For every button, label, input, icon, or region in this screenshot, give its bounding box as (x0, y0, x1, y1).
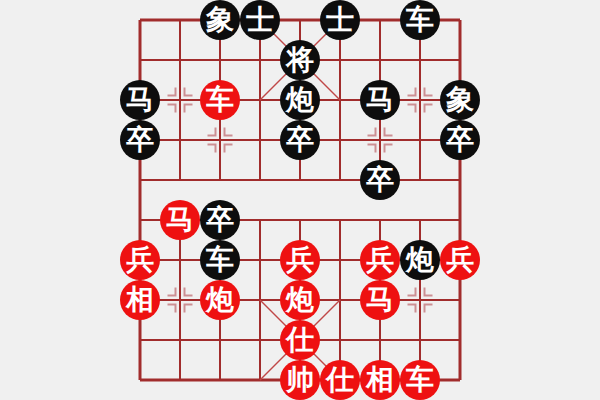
piece-black-elephant[interactable]: 象 (440, 80, 480, 120)
piece-black-soldier[interactable]: 卒 (440, 120, 480, 160)
xiangqi-app-canvas: 象士士车将马车炮马象卒卒卒卒马卒兵车兵兵炮兵相炮炮马仕帅仕相车 (0, 0, 600, 400)
piece-black-soldier[interactable]: 卒 (120, 120, 160, 160)
pieces-layer: 象士士车将马车炮马象卒卒卒卒马卒兵车兵兵炮兵相炮炮马仕帅仕相车 (120, 0, 480, 400)
piece-red-chariot[interactable]: 车 (200, 80, 240, 120)
piece-black-chariot[interactable]: 车 (200, 240, 240, 280)
piece-red-advisor[interactable]: 仕 (320, 360, 360, 400)
piece-black-horse[interactable]: 马 (360, 80, 400, 120)
piece-red-horse[interactable]: 马 (160, 200, 200, 240)
piece-black-soldier[interactable]: 卒 (360, 160, 400, 200)
piece-black-advisor[interactable]: 士 (320, 0, 360, 40)
piece-black-cannon[interactable]: 炮 (400, 240, 440, 280)
piece-black-elephant[interactable]: 象 (200, 0, 240, 40)
piece-red-cannon[interactable]: 炮 (200, 280, 240, 320)
piece-red-soldier[interactable]: 兵 (360, 240, 400, 280)
piece-red-chariot[interactable]: 车 (400, 360, 440, 400)
piece-red-soldier[interactable]: 兵 (120, 240, 160, 280)
piece-black-soldier[interactable]: 卒 (280, 120, 320, 160)
piece-black-advisor[interactable]: 士 (240, 0, 280, 40)
piece-black-soldier[interactable]: 卒 (200, 200, 240, 240)
piece-red-elephant[interactable]: 相 (120, 280, 160, 320)
xiangqi-board: 象士士车将马车炮马象卒卒卒卒马卒兵车兵兵炮兵相炮炮马仕帅仕相车 (120, 0, 480, 400)
piece-black-cannon[interactable]: 炮 (280, 80, 320, 120)
piece-red-advisor[interactable]: 仕 (280, 320, 320, 360)
piece-black-chariot[interactable]: 车 (400, 0, 440, 40)
piece-black-general[interactable]: 将 (280, 40, 320, 80)
piece-red-soldier[interactable]: 兵 (280, 240, 320, 280)
piece-red-soldier[interactable]: 兵 (440, 240, 480, 280)
piece-red-elephant[interactable]: 相 (360, 360, 400, 400)
piece-red-horse[interactable]: 马 (360, 280, 400, 320)
piece-black-horse[interactable]: 马 (120, 80, 160, 120)
piece-red-general[interactable]: 帅 (280, 360, 320, 400)
piece-red-cannon[interactable]: 炮 (280, 280, 320, 320)
